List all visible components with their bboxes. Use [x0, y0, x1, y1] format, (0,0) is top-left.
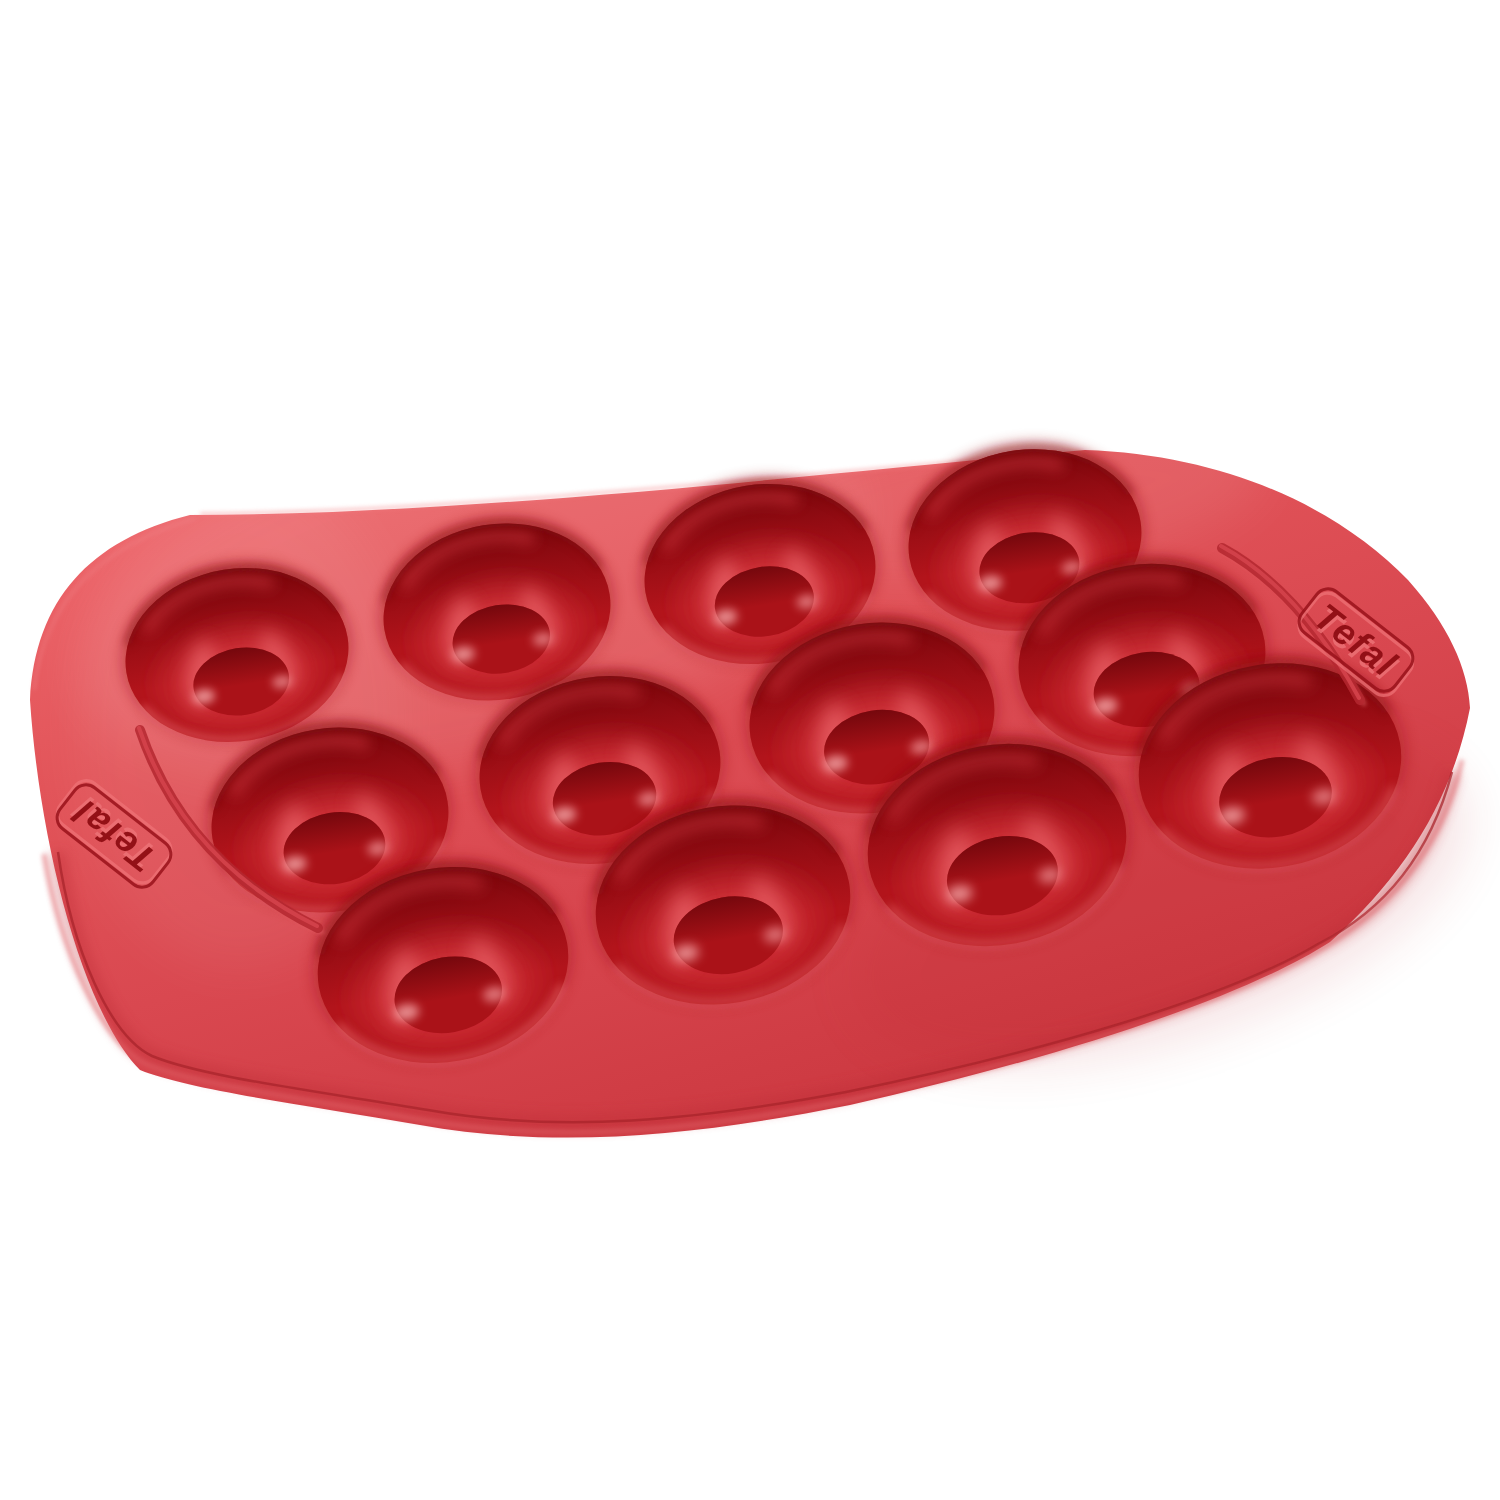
muffin-pan: Tefal Tefal Tefal Tefal — [30, 328, 1500, 1137]
product-photo-canvas: Tefal Tefal Tefal Tefal — [0, 0, 1500, 1500]
muffin-pan-illustration: Tefal Tefal Tefal Tefal — [0, 0, 1500, 1500]
